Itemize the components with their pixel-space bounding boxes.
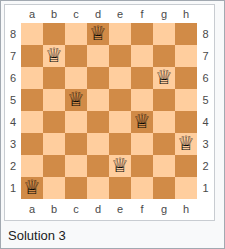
square-d4	[87, 111, 109, 133]
rank-label-5-left: 5	[5, 89, 21, 111]
chess-board: abcdefgh8♕87♕76♕65♕54♕43♕32♕21♕1abcdefgh	[5, 5, 214, 220]
rank-label-3-right: 3	[197, 133, 214, 155]
square-g8	[153, 23, 175, 45]
file-label-h-top: h	[175, 5, 197, 23]
square-f6	[131, 67, 153, 89]
rank-label-7-left: 7	[5, 45, 21, 67]
square-h4	[175, 111, 197, 133]
square-e6	[109, 67, 131, 89]
square-h2	[175, 155, 197, 177]
square-e3	[109, 133, 131, 155]
square-e4	[109, 111, 131, 133]
square-e2: ♕	[109, 155, 131, 177]
rank-label-6-left: 6	[5, 67, 21, 89]
square-f4: ♕	[131, 111, 153, 133]
square-b7: ♕	[43, 45, 65, 67]
rank-label-4-right: 4	[197, 111, 214, 133]
square-g3	[153, 133, 175, 155]
square-c4	[65, 111, 87, 133]
square-f2	[131, 155, 153, 177]
square-e7	[109, 45, 131, 67]
square-a3	[21, 133, 43, 155]
square-c8	[65, 23, 87, 45]
rank-label-7-right: 7	[197, 45, 214, 67]
figure-frame: abcdefgh8♕87♕76♕65♕54♕43♕32♕21♕1abcdefgh…	[0, 0, 225, 249]
file-label-c-bottom: c	[65, 199, 87, 220]
square-c1	[65, 177, 87, 199]
square-e1	[109, 177, 131, 199]
square-f5	[131, 89, 153, 111]
rank-label-2-right: 2	[197, 155, 214, 177]
square-f3	[131, 133, 153, 155]
white-queen: ♕	[111, 155, 129, 176]
square-e5	[109, 89, 131, 111]
file-label-h-bottom: h	[175, 199, 197, 220]
white-queen: ♕	[89, 23, 107, 44]
white-queen: ♕	[67, 89, 85, 110]
square-h7	[175, 45, 197, 67]
white-queen: ♕	[133, 111, 151, 132]
file-label-e-bottom: e	[109, 199, 131, 220]
file-label-d-top: d	[87, 5, 109, 23]
square-g7	[153, 45, 175, 67]
square-b3	[43, 133, 65, 155]
rank-label-4-left: 4	[5, 111, 21, 133]
file-label-d-bottom: d	[87, 199, 109, 220]
square-h3: ♕	[175, 133, 197, 155]
square-a8	[21, 23, 43, 45]
file-label-a-bottom: a	[21, 199, 43, 220]
square-b2	[43, 155, 65, 177]
rank-label-5-right: 5	[197, 89, 214, 111]
white-queen: ♕	[177, 133, 195, 154]
square-c5: ♕	[65, 89, 87, 111]
board-corner	[5, 5, 21, 23]
square-g4	[153, 111, 175, 133]
square-h5	[175, 89, 197, 111]
square-a6	[21, 67, 43, 89]
file-label-b-top: b	[43, 5, 65, 23]
square-c2	[65, 155, 87, 177]
rank-label-8-right: 8	[197, 23, 214, 45]
rank-label-3-left: 3	[5, 133, 21, 155]
square-c3	[65, 133, 87, 155]
square-b5	[43, 89, 65, 111]
file-label-b-bottom: b	[43, 199, 65, 220]
rank-label-1-right: 1	[197, 177, 214, 199]
square-d8: ♕	[87, 23, 109, 45]
file-label-g-top: g	[153, 5, 175, 23]
board-corner	[5, 199, 21, 220]
square-b1	[43, 177, 65, 199]
file-label-e-top: e	[109, 5, 131, 23]
rank-label-6-right: 6	[197, 67, 214, 89]
square-f8	[131, 23, 153, 45]
square-f1	[131, 177, 153, 199]
square-d3	[87, 133, 109, 155]
square-g5	[153, 89, 175, 111]
board-corner	[197, 199, 214, 220]
square-h8	[175, 23, 197, 45]
file-label-a-top: a	[21, 5, 43, 23]
square-a5	[21, 89, 43, 111]
figure-caption: Solution 3	[4, 221, 221, 243]
square-g6: ♕	[153, 67, 175, 89]
square-c6	[65, 67, 87, 89]
square-g2	[153, 155, 175, 177]
rank-label-8-left: 8	[5, 23, 21, 45]
square-h1	[175, 177, 197, 199]
square-g1	[153, 177, 175, 199]
square-d5	[87, 89, 109, 111]
square-b4	[43, 111, 65, 133]
file-label-c-top: c	[65, 5, 87, 23]
file-label-f-top: f	[131, 5, 153, 23]
square-b8	[43, 23, 65, 45]
square-a1: ♕	[21, 177, 43, 199]
square-a2	[21, 155, 43, 177]
square-b6	[43, 67, 65, 89]
square-h6	[175, 67, 197, 89]
square-d7	[87, 45, 109, 67]
square-d6	[87, 67, 109, 89]
square-d2	[87, 155, 109, 177]
square-a4	[21, 111, 43, 133]
square-a7	[21, 45, 43, 67]
square-d1	[87, 177, 109, 199]
board-corner	[197, 5, 214, 23]
square-e8	[109, 23, 131, 45]
square-c7	[65, 45, 87, 67]
file-label-g-bottom: g	[153, 199, 175, 220]
square-f7	[131, 45, 153, 67]
rank-label-1-left: 1	[5, 177, 21, 199]
board-image[interactable]: abcdefgh8♕87♕76♕65♕54♕43♕32♕21♕1abcdefgh	[4, 4, 215, 221]
rank-label-2-left: 2	[5, 155, 21, 177]
white-queen: ♕	[45, 45, 63, 66]
white-queen: ♕	[155, 67, 173, 88]
white-queen: ♕	[23, 177, 41, 198]
file-label-f-bottom: f	[131, 199, 153, 220]
